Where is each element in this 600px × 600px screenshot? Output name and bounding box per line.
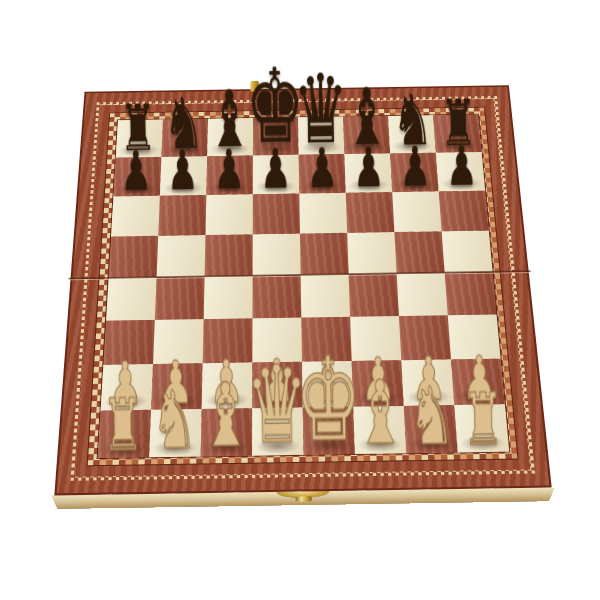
square-h1: ♜ (454, 404, 509, 452)
square-a5 (109, 236, 159, 278)
square-g5 (394, 231, 444, 273)
square-e6 (299, 193, 347, 234)
square-e1: ♚ (303, 407, 355, 455)
piece-black-pawn: ♟ (446, 139, 478, 194)
square-g6 (392, 191, 441, 232)
square-a4 (106, 277, 157, 321)
piece-white-king: ♚ (294, 342, 362, 458)
square-c7: ♟ (206, 156, 253, 195)
piece-white-rook: ♜ (102, 389, 144, 461)
inner-wood-band: ♜♞♝♚♛♝♞♜♟♟♟♟♟♟♟♟♟♟♟♟♟♟♟♟♜♞♝♛♚♝♞♜ (75, 99, 530, 477)
checkered-inlay-strip: ♜♞♝♚♛♝♞♜♟♟♟♟♟♟♟♟♟♟♟♟♟♟♟♟♜♞♝♛♚♝♞♜ (87, 107, 519, 467)
piece-black-pawn: ♟ (167, 143, 199, 198)
square-c1: ♝ (201, 408, 253, 456)
square-b5 (157, 235, 206, 277)
square-f4 (349, 273, 399, 316)
square-f5 (347, 232, 396, 274)
square-f7: ♟ (344, 153, 392, 192)
piece-white-knight: ♞ (151, 380, 198, 460)
piece-black-pawn: ♟ (399, 139, 431, 194)
square-g1: ♞ (404, 405, 458, 453)
square-e7: ♟ (299, 154, 346, 193)
square-h7: ♟ (436, 152, 485, 191)
square-h5 (442, 231, 493, 273)
square-h4 (445, 272, 497, 315)
clasp-knob-icon (295, 496, 311, 501)
square-g4 (397, 273, 448, 316)
square-e5 (300, 233, 349, 275)
square-c6 (205, 194, 252, 235)
perspective-scene: ♜♞♝♚♛♝♞♜♟♟♟♟♟♟♟♟♟♟♟♟♟♟♟♟♜♞♝♛♚♝♞♜ (0, 0, 600, 600)
square-d7: ♟ (253, 155, 299, 194)
outer-inlay-dots-strip: ♜♞♝♚♛♝♞♜♟♟♟♟♟♟♟♟♟♟♟♟♟♟♟♟♜♞♝♛♚♝♞♜ (71, 96, 536, 481)
piece-black-pawn: ♟ (306, 141, 338, 196)
square-a7: ♟ (113, 157, 161, 196)
square-a1: ♜ (98, 410, 151, 458)
piece-black-pawn: ♟ (353, 140, 385, 195)
product-photo: ♜♞♝♚♛♝♞♜♟♟♟♟♟♟♟♟♟♟♟♟♟♟♟♟♜♞♝♛♚♝♞♜ (0, 0, 600, 600)
photo-tilt-wrapper: ♜♞♝♚♛♝♞♜♟♟♟♟♟♟♟♟♟♟♟♟♟♟♟♟♜♞♝♛♚♝♞♜ (0, 0, 600, 600)
board-grid: ♜♞♝♚♛♝♞♜♟♟♟♟♟♟♟♟♟♟♟♟♟♟♟♟♜♞♝♛♚♝♞♜ (97, 114, 511, 459)
square-d6 (253, 194, 300, 235)
piece-white-rook: ♜ (462, 383, 504, 455)
square-c4 (204, 276, 253, 319)
square-e4 (301, 274, 351, 317)
board-frame: ♜♞♝♚♛♝♞♜♟♟♟♟♟♟♟♟♟♟♟♟♟♟♟♟♜♞♝♛♚♝♞♜ (54, 85, 551, 495)
square-f1: ♝ (353, 406, 406, 454)
square-c5 (205, 234, 253, 276)
square-b7: ♟ (160, 156, 207, 195)
piece-black-pawn: ♟ (120, 144, 152, 199)
piece-white-bishop: ♝ (354, 368, 406, 457)
square-d5 (253, 234, 301, 276)
square-b1: ♞ (149, 409, 201, 457)
piece-white-knight: ♞ (408, 376, 455, 456)
piece-black-pawn: ♟ (213, 142, 245, 197)
square-b6 (158, 195, 206, 236)
square-d4 (252, 275, 301, 318)
chess-box: ♜♞♝♚♛♝♞♜♟♟♟♟♟♟♟♟♟♟♟♟♟♟♟♟♜♞♝♛♚♝♞♜ (54, 85, 551, 495)
square-a6 (111, 196, 160, 237)
square-b4 (155, 276, 205, 320)
square-g7: ♟ (390, 153, 439, 192)
square-f6 (346, 192, 395, 233)
piece-black-pawn: ♟ (260, 142, 292, 197)
square-h6 (439, 191, 489, 232)
piece-white-bishop: ♝ (200, 371, 252, 460)
